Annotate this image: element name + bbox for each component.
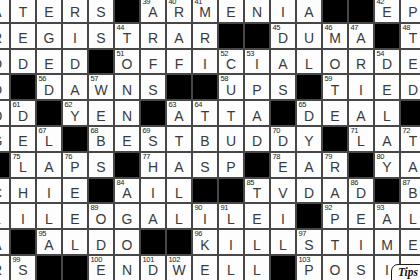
cell-letter: O <box>115 50 139 74</box>
cell-r7c3[interactable]: A <box>36 152 62 178</box>
cell-r11c13[interactable]: 103P <box>296 255 322 280</box>
cell-letter: U <box>219 127 243 151</box>
cell-letter: I <box>141 179 165 203</box>
cell-r8c16 <box>374 178 400 204</box>
cell-letter: L <box>11 153 35 177</box>
cell-r10c6[interactable]: O <box>114 229 140 255</box>
cell-letter: D <box>297 101 321 125</box>
cell-r6c5[interactable]: 68B <box>88 126 114 152</box>
cell-r4c6[interactable]: N <box>114 74 140 100</box>
cell-r2c12[interactable]: 45D <box>270 23 296 49</box>
cell-r3c6[interactable]: 51O <box>114 49 140 75</box>
cell-letter: B <box>89 127 113 151</box>
cell-letter: F <box>141 50 165 74</box>
cell-letter: D <box>245 127 269 151</box>
cell-r5c16[interactable]: L <box>374 100 400 126</box>
cell-r2c7[interactable]: R <box>140 23 166 49</box>
cell-r6c4 <box>62 126 88 152</box>
cell-letter: T <box>219 101 243 125</box>
cell-r3c11[interactable]: 53I <box>244 49 270 75</box>
cell-r9c6[interactable]: G <box>114 203 140 229</box>
cell-r4c5[interactable]: 57W <box>88 74 114 100</box>
cell-letter: S <box>141 127 165 151</box>
cell-r10c13[interactable]: 97S <box>296 229 322 255</box>
cell-r3c15[interactable]: R <box>348 49 374 75</box>
cell-r9c17[interactable]: L <box>400 203 420 229</box>
cell-r3c2[interactable]: D <box>10 49 36 75</box>
cell-r9c7[interactable]: A <box>140 203 166 229</box>
cell-r8c3[interactable]: I <box>36 178 62 204</box>
cell-letter: G <box>115 204 139 228</box>
cell-r2c10 <box>218 23 244 49</box>
cell-r7c4[interactable]: 76P <box>62 152 88 178</box>
cell-letter: N <box>115 101 139 125</box>
cell-r10c14[interactable]: T <box>322 229 348 255</box>
cell-letter: D <box>141 256 165 280</box>
cell-letter: I <box>63 24 87 48</box>
cell-r9c16[interactable]: 93A <box>374 203 400 229</box>
cell-r1c5[interactable]: S <box>88 0 114 23</box>
cell-letter: C <box>0 179 9 203</box>
cell-r1c12[interactable]: I <box>270 0 296 23</box>
cell-r1c13[interactable]: A <box>296 0 322 23</box>
cell-letter: I <box>271 204 295 228</box>
cell-letter: E <box>271 153 295 177</box>
cell-r2c9[interactable]: R <box>192 23 218 49</box>
cell-letter: L <box>63 230 87 254</box>
cell-r10c17[interactable]: E <box>400 229 420 255</box>
cell-r8c10 <box>218 178 244 204</box>
cell-r5c4[interactable]: 62Y <box>62 100 88 126</box>
cell-r10c3[interactable]: 95A <box>36 229 62 255</box>
cell-letter: E <box>401 50 420 74</box>
cell-letter: L <box>271 230 295 254</box>
cell-letter: W <box>167 256 191 280</box>
cell-r9c13 <box>296 203 322 229</box>
cell-r8c13[interactable]: D <box>296 178 322 204</box>
cell-r7c14[interactable]: 79R <box>322 152 348 178</box>
cell-r6c1[interactable]: G <box>0 126 10 152</box>
cell-r6c3[interactable]: 67L <box>36 126 62 152</box>
cell-r1c8[interactable]: 40R <box>166 0 192 23</box>
cell-r10c2 <box>10 229 36 255</box>
cell-letter: O <box>89 204 113 228</box>
cell-r1c2[interactable]: T <box>10 0 36 23</box>
cell-r7c12[interactable]: 78E <box>270 152 296 178</box>
cell-r6c13[interactable]: Y <box>296 126 322 152</box>
cell-letter: S <box>297 230 321 254</box>
cell-letter: S <box>271 75 295 99</box>
cell-letter: A <box>167 101 191 125</box>
cell-r5c11[interactable]: A <box>244 100 270 126</box>
cell-r5c14[interactable]: E <box>322 100 348 126</box>
cell-r8c15[interactable]: 86D <box>348 178 374 204</box>
cell-r11c4 <box>62 255 88 280</box>
cell-r6c7[interactable]: 69S <box>140 126 166 152</box>
cell-r8c1[interactable]: C <box>0 178 10 204</box>
cell-r5c15[interactable]: A <box>348 100 374 126</box>
cell-r2c14[interactable]: 46M <box>322 23 348 49</box>
cell-r5c17 <box>400 100 420 126</box>
cell-letter: Y <box>375 153 399 177</box>
cell-letter: T <box>401 127 420 151</box>
cell-letter: H <box>11 179 35 203</box>
cell-r9c3[interactable]: L <box>36 203 62 229</box>
cell-letter: G <box>37 24 61 48</box>
cell-letter: O <box>323 50 347 74</box>
cell-letter: P <box>401 0 420 22</box>
cell-letter: O <box>0 101 9 125</box>
cell-r7c9[interactable]: S <box>192 152 218 178</box>
cell-r4c17[interactable]: D <box>400 74 420 100</box>
cell-r10c1[interactable]: A <box>0 229 10 255</box>
cell-r7c11 <box>244 152 270 178</box>
cell-r1c10[interactable]: E <box>218 0 244 23</box>
cell-letter: I <box>11 204 35 228</box>
cell-r11c14[interactable]: O <box>322 255 348 280</box>
cell-r2c17[interactable]: 48T <box>400 23 420 49</box>
cell-r8c17[interactable]: 87B <box>400 178 420 204</box>
cell-r9c4[interactable]: E <box>62 203 88 229</box>
cell-r10c7 <box>140 229 166 255</box>
cell-r1c6 <box>114 0 140 23</box>
cell-r10c8 <box>166 229 192 255</box>
cell-r9c10[interactable]: 91L <box>218 203 244 229</box>
cell-r11c1[interactable]: R <box>0 255 10 280</box>
cell-r11c10[interactable]: L <box>218 255 244 280</box>
cell-letter: S <box>141 75 165 99</box>
cell-letter: R <box>193 24 217 48</box>
cell-r9c2[interactable]: I <box>10 203 36 229</box>
cell-letter: I <box>349 75 373 99</box>
cell-r5c12 <box>270 100 296 126</box>
cell-r8c11[interactable]: 85T <box>244 178 270 204</box>
cell-r10c5[interactable]: D <box>88 229 114 255</box>
cell-r10c9[interactable]: 96K <box>192 229 218 255</box>
cell-r6c2[interactable]: E <box>10 126 36 152</box>
cell-r2c5[interactable]: S <box>88 23 114 49</box>
cell-r5c2[interactable]: 61D <box>10 100 36 126</box>
cell-letter: I <box>193 50 217 74</box>
cell-letter: P <box>63 153 87 177</box>
cell-r6c9[interactable]: B <box>192 126 218 152</box>
cell-letter: T <box>245 179 269 203</box>
cell-letter: A <box>0 230 9 254</box>
cell-r5c5[interactable]: E <box>88 100 114 126</box>
cell-letter: A <box>37 230 61 254</box>
cell-letter: L <box>219 204 243 228</box>
cell-letter: P <box>323 204 347 228</box>
cell-letter: P <box>297 256 321 280</box>
cell-letter: A <box>0 0 9 22</box>
cell-r9c15[interactable]: E <box>348 203 374 229</box>
cell-letter: L <box>375 101 399 125</box>
cell-letter: L <box>37 127 61 151</box>
cell-letter: E <box>323 101 347 125</box>
cell-r9c5[interactable]: 89O <box>88 203 114 229</box>
cell-r6c8[interactable]: T <box>166 126 192 152</box>
cell-letter: D <box>37 75 61 99</box>
cell-r5c8[interactable]: 63A <box>166 100 192 126</box>
cell-letter: E <box>115 127 139 151</box>
cell-r3c16[interactable]: 54D <box>374 49 400 75</box>
cell-letter: O <box>115 230 139 254</box>
cell-r11c9[interactable]: E <box>192 255 218 280</box>
cell-r3c4[interactable]: D <box>62 49 88 75</box>
cell-r2c8[interactable]: A <box>166 23 192 49</box>
cell-r8c9 <box>192 178 218 204</box>
cell-r6c10[interactable]: U <box>218 126 244 152</box>
cell-r9c9[interactable]: 90I <box>192 203 218 229</box>
cell-r6c6[interactable]: E <box>114 126 140 152</box>
cell-letter: I <box>245 50 269 74</box>
cell-r11c5[interactable]: 100E <box>88 255 114 280</box>
cell-letter: A <box>141 0 165 22</box>
cell-letter: E <box>37 50 61 74</box>
cell-r11c6[interactable]: N <box>114 255 140 280</box>
cell-r1c17[interactable]: P <box>400 0 420 23</box>
cell-r1c11[interactable]: N <box>244 0 270 23</box>
tips-button[interactable]: Tips <box>391 264 420 280</box>
cell-letter: S <box>89 153 113 177</box>
cell-r2c15[interactable]: 47A <box>348 23 374 49</box>
cell-r6c15[interactable]: 71L <box>348 126 374 152</box>
cell-letter: T <box>401 24 420 48</box>
cell-r8c5 <box>88 178 114 204</box>
cell-letter: D <box>63 50 87 74</box>
cell-letter: E <box>37 0 61 22</box>
cell-r9c1[interactable]: L <box>0 203 10 229</box>
cell-r3c12[interactable]: A <box>270 49 296 75</box>
cell-letter: W <box>89 75 113 99</box>
cell-letter: A <box>323 179 347 203</box>
cell-r5c1[interactable]: O <box>0 100 10 126</box>
cell-r11c7[interactable]: 101D <box>140 255 166 280</box>
cell-r4c4[interactable]: A <box>62 74 88 100</box>
cell-r7c16[interactable]: 80Y <box>374 152 400 178</box>
cell-letter: D <box>375 50 399 74</box>
cell-r10c16[interactable]: M <box>374 229 400 255</box>
cell-letter: E <box>63 204 87 228</box>
cell-r4c9 <box>192 74 218 100</box>
cell-letter: U <box>297 24 321 48</box>
cell-r7c8[interactable]: A <box>166 152 192 178</box>
cell-r6c17[interactable]: 72T <box>400 126 420 152</box>
cell-r6c11[interactable]: D <box>244 126 270 152</box>
cell-letter: A <box>297 153 321 177</box>
cell-r9c12[interactable]: I <box>270 203 296 229</box>
cell-letter: E <box>219 0 243 22</box>
cell-r4c1[interactable]: D <box>0 74 10 100</box>
cell-r4c14[interactable]: 59T <box>322 74 348 100</box>
cell-r8c8[interactable]: L <box>166 178 192 204</box>
cell-r10c4[interactable]: L <box>62 229 88 255</box>
cell-r2c3[interactable]: G <box>36 23 62 49</box>
cell-letter: D <box>89 230 113 254</box>
cell-r1c14 <box>322 0 348 23</box>
cell-r4c12[interactable]: S <box>270 74 296 100</box>
cell-r7c10[interactable]: P <box>218 152 244 178</box>
cell-letter: I <box>219 230 243 254</box>
cell-r4c13 <box>296 74 322 100</box>
cell-letter: H <box>141 153 165 177</box>
cell-r4c7[interactable]: S <box>140 74 166 100</box>
cell-r9c8[interactable]: L <box>166 203 192 229</box>
cell-r5c10[interactable]: T <box>218 100 244 126</box>
cell-r4c16[interactable]: E <box>374 74 400 100</box>
cell-r9c14[interactable]: 92P <box>322 203 348 229</box>
cell-letter: A <box>297 0 321 22</box>
cell-letter: S <box>349 256 373 280</box>
cell-letter: K <box>193 230 217 254</box>
cell-letter: D <box>401 75 420 99</box>
cell-r1c1[interactable]: A <box>0 0 10 23</box>
cell-r4c15[interactable]: I <box>348 74 374 100</box>
cell-r3c13[interactable]: L <box>296 49 322 75</box>
cell-r2c6[interactable]: 44T <box>114 23 140 49</box>
cell-letter: D <box>271 24 295 48</box>
cell-letter: L <box>167 204 191 228</box>
cell-letter: I <box>271 0 295 22</box>
cell-letter: A <box>349 24 373 48</box>
cell-r10c10[interactable]: I <box>218 229 244 255</box>
cell-letter: O <box>323 256 347 280</box>
cell-r2c4[interactable]: I <box>62 23 88 49</box>
cell-letter: A <box>167 153 191 177</box>
cell-letter: L <box>297 50 321 74</box>
cell-letter: E <box>11 24 35 48</box>
cell-letter: E <box>193 256 217 280</box>
cell-r2c16 <box>374 23 400 49</box>
cell-r2c13[interactable]: U <box>296 23 322 49</box>
cell-r4c10[interactable]: 58U <box>218 74 244 100</box>
cell-letter: S <box>193 153 217 177</box>
cell-r10c15[interactable]: I <box>348 229 374 255</box>
cell-letter: D <box>271 127 295 151</box>
cell-r7c7[interactable]: 77H <box>140 152 166 178</box>
cell-letter: D <box>11 50 35 74</box>
crossword-app: ATERS39A40R41MENIA42EPREGIS44TRAR45DU46M… <box>0 0 420 280</box>
cell-letter: F <box>167 50 191 74</box>
cell-letter: V <box>271 179 295 203</box>
cell-r5c13[interactable]: 65D <box>296 100 322 126</box>
cell-r1c3[interactable]: E <box>36 0 62 23</box>
cell-letter: E <box>89 101 113 125</box>
cell-r10c11[interactable]: L <box>244 229 270 255</box>
cell-r5c9[interactable]: 64T <box>192 100 218 126</box>
cell-r5c3 <box>36 100 62 126</box>
cell-letter: E <box>11 127 35 151</box>
cell-letter: P <box>219 153 243 177</box>
cell-r7c15 <box>348 152 374 178</box>
cell-r3c8[interactable]: F <box>166 49 192 75</box>
cell-letter: I <box>37 179 61 203</box>
cell-r3c9[interactable]: I <box>192 49 218 75</box>
cell-letter: L <box>37 204 61 228</box>
cell-letter: P <box>245 75 269 99</box>
cell-r3c7[interactable]: F <box>140 49 166 75</box>
cell-letter: T <box>323 75 347 99</box>
cell-r4c3[interactable]: 56D <box>36 74 62 100</box>
cell-r6c14 <box>322 126 348 152</box>
cell-letter: A <box>37 153 61 177</box>
cell-letter: N <box>245 0 269 22</box>
cell-letter: A <box>349 101 373 125</box>
cell-r9c11[interactable]: E <box>244 203 270 229</box>
cell-r3c1[interactable]: D <box>0 49 10 75</box>
cell-r4c2 <box>10 74 36 100</box>
cell-r1c4[interactable]: R <box>62 0 88 23</box>
cell-letter: N <box>115 75 139 99</box>
cell-letter: E <box>245 204 269 228</box>
cell-r7c17[interactable]: A <box>400 152 420 178</box>
cell-letter: A <box>245 101 269 125</box>
cell-letter: D <box>297 179 321 203</box>
cell-r4c11[interactable]: P <box>244 74 270 100</box>
cell-r11c15[interactable]: S <box>348 255 374 280</box>
cell-letter: R <box>0 24 9 48</box>
cell-r1c16[interactable]: 42E <box>374 0 400 23</box>
cell-letter: E <box>89 256 113 280</box>
cell-letter: R <box>323 153 347 177</box>
cell-r7c13[interactable]: A <box>296 152 322 178</box>
cell-letter: M <box>375 230 399 254</box>
cell-letter: A <box>141 204 165 228</box>
cell-r10c12[interactable]: L <box>270 229 296 255</box>
cell-r8c2[interactable]: H <box>10 178 36 204</box>
cell-r8c14[interactable]: A <box>322 178 348 204</box>
cell-r2c2[interactable]: E <box>10 23 36 49</box>
cell-letter: A <box>167 24 191 48</box>
cell-letter: L <box>167 179 191 203</box>
cell-r2c1[interactable]: R <box>0 23 10 49</box>
cell-letter: R <box>167 0 191 22</box>
cell-letter: T <box>11 0 35 22</box>
cell-r8c6[interactable]: 84A <box>114 178 140 204</box>
cell-r8c4[interactable]: E <box>62 178 88 204</box>
cell-r8c12[interactable]: V <box>270 178 296 204</box>
cell-letter: E <box>349 204 373 228</box>
cell-r1c15 <box>348 0 374 23</box>
cell-r8c7[interactable]: I <box>140 178 166 204</box>
cell-r1c7[interactable]: 39A <box>140 0 166 23</box>
cell-r5c7 <box>140 100 166 126</box>
cell-letter: M <box>193 0 217 22</box>
cell-letter: B <box>401 179 420 203</box>
cell-r1c9[interactable]: 41M <box>192 0 218 23</box>
cell-letter: A <box>401 153 420 177</box>
cell-r11c11[interactable]: L <box>244 255 270 280</box>
cell-r6c16[interactable]: A <box>374 126 400 152</box>
cell-r3c10[interactable]: 52C <box>218 49 244 75</box>
cell-r11c2[interactable]: 99S <box>10 255 36 280</box>
cell-letter: R <box>349 50 373 74</box>
cell-r3c17[interactable]: E <box>400 49 420 75</box>
cell-letter: S <box>89 0 113 22</box>
cell-r11c8[interactable]: 102W <box>166 255 192 280</box>
cell-letter: S <box>89 24 113 48</box>
cell-letter: U <box>219 75 243 99</box>
cell-r3c14[interactable]: O <box>322 49 348 75</box>
cell-r6c12[interactable]: 70D <box>270 126 296 152</box>
cell-r7c5[interactable]: S <box>88 152 114 178</box>
cell-r7c2[interactable]: 75L <box>10 152 36 178</box>
cell-r3c3[interactable]: E <box>36 49 62 75</box>
cell-r5c6[interactable]: N <box>114 100 140 126</box>
cell-letter: D <box>11 101 35 125</box>
cell-r11c3 <box>36 255 62 280</box>
cell-letter: I <box>193 204 217 228</box>
